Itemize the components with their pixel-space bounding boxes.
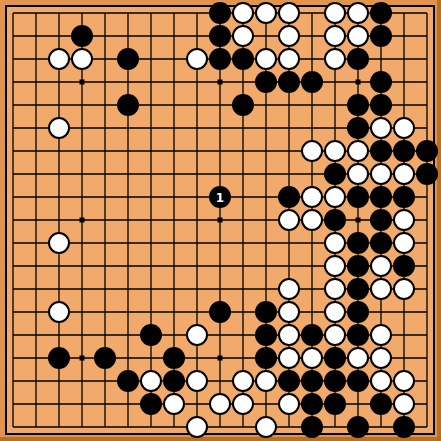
white-stone (324, 255, 346, 277)
white-stone (301, 140, 323, 162)
black-stone (301, 71, 323, 93)
black-stone (301, 324, 323, 346)
black-stone (255, 324, 277, 346)
white-stone (255, 48, 277, 70)
white-stone (370, 278, 392, 300)
white-stone (347, 2, 369, 24)
black-stone (347, 278, 369, 300)
black-stone (370, 393, 392, 415)
white-stone (347, 140, 369, 162)
white-stone (347, 163, 369, 185)
black-stone (416, 140, 438, 162)
white-stone (347, 347, 369, 369)
white-stone (278, 278, 300, 300)
black-stone (324, 393, 346, 415)
white-stone (71, 48, 93, 70)
black-stone (255, 301, 277, 323)
white-stone (324, 324, 346, 346)
black-stone (347, 117, 369, 139)
white-stone (209, 393, 231, 415)
white-stone (324, 48, 346, 70)
black-stone (324, 370, 346, 392)
black-stone (393, 140, 415, 162)
white-stone (48, 232, 70, 254)
white-stone (232, 2, 254, 24)
black-stone (301, 416, 323, 438)
black-stone (370, 94, 392, 116)
black-stone (301, 370, 323, 392)
white-stone (393, 278, 415, 300)
black-stone (255, 347, 277, 369)
black-stone (347, 186, 369, 208)
move-number-label: 1 (216, 192, 224, 204)
black-stone (209, 25, 231, 47)
black-stone (71, 25, 93, 47)
black-stone (370, 25, 392, 47)
black-stone (370, 140, 392, 162)
white-stone (278, 324, 300, 346)
white-stone (324, 232, 346, 254)
white-stone (324, 2, 346, 24)
white-stone (324, 140, 346, 162)
black-stone (370, 209, 392, 231)
white-stone (278, 209, 300, 231)
white-stone (301, 347, 323, 369)
white-stone (370, 324, 392, 346)
black-stone (232, 94, 254, 116)
black-stone (163, 347, 185, 369)
black-stone (370, 186, 392, 208)
white-stone (370, 163, 392, 185)
white-stone (255, 416, 277, 438)
white-stone (370, 347, 392, 369)
black-stone (232, 48, 254, 70)
go-board[interactable]: 1 (0, 0, 441, 441)
white-stone (393, 393, 415, 415)
black-stone (301, 393, 323, 415)
white-stone (393, 117, 415, 139)
black-stone (255, 71, 277, 93)
white-stone (393, 232, 415, 254)
white-stone (301, 186, 323, 208)
black-stone (94, 347, 116, 369)
black-stone (163, 370, 185, 392)
white-stone (278, 25, 300, 47)
black-stone (393, 255, 415, 277)
black-stone (416, 163, 438, 185)
white-stone (232, 25, 254, 47)
black-stone (140, 393, 162, 415)
white-stone (186, 416, 208, 438)
white-stone (370, 370, 392, 392)
white-stone (324, 186, 346, 208)
black-stone (347, 301, 369, 323)
white-stone (186, 370, 208, 392)
black-stone (393, 186, 415, 208)
black-stone (278, 186, 300, 208)
black-stone (370, 71, 392, 93)
white-stone (278, 2, 300, 24)
white-stone (370, 255, 392, 277)
black-stone (48, 347, 70, 369)
black-stone (347, 416, 369, 438)
black-stone (278, 370, 300, 392)
white-stone (370, 117, 392, 139)
white-stone (278, 48, 300, 70)
stones-layer: 1 (0, 0, 441, 441)
white-stone (324, 301, 346, 323)
black-stone (209, 48, 231, 70)
white-stone (48, 117, 70, 139)
white-stone (278, 393, 300, 415)
white-stone (324, 278, 346, 300)
white-stone (186, 48, 208, 70)
black-stone (209, 301, 231, 323)
white-stone (393, 163, 415, 185)
black-stone (347, 232, 369, 254)
white-stone (232, 370, 254, 392)
white-stone (301, 209, 323, 231)
white-stone (48, 48, 70, 70)
black-stone (324, 209, 346, 231)
white-stone (255, 2, 277, 24)
black-stone (370, 2, 392, 24)
black-stone (324, 163, 346, 185)
white-stone (278, 347, 300, 369)
white-stone (140, 370, 162, 392)
black-stone (117, 370, 139, 392)
white-stone (48, 301, 70, 323)
white-stone (163, 393, 185, 415)
white-stone (324, 25, 346, 47)
white-stone (255, 370, 277, 392)
black-stone (117, 48, 139, 70)
black-stone (324, 347, 346, 369)
white-stone (393, 370, 415, 392)
black-stone (393, 416, 415, 438)
white-stone (186, 324, 208, 346)
black-stone (370, 232, 392, 254)
black-stone (117, 94, 139, 116)
black-stone (347, 94, 369, 116)
black-stone (278, 71, 300, 93)
white-stone (278, 301, 300, 323)
black-stone (347, 324, 369, 346)
black-stone (209, 2, 231, 24)
black-stone (347, 255, 369, 277)
black-stone (140, 324, 162, 346)
white-stone (393, 209, 415, 231)
white-stone (347, 25, 369, 47)
black-stone (347, 370, 369, 392)
white-stone (232, 393, 254, 415)
black-stone (347, 48, 369, 70)
